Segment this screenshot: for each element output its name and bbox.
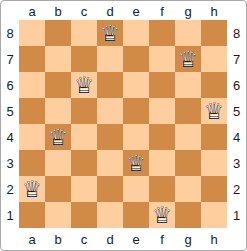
rank-label-3: 3 bbox=[227, 150, 246, 176]
square-f8[interactable] bbox=[149, 20, 175, 46]
rank-label-8: 8 bbox=[227, 20, 246, 46]
file-label-e: e bbox=[123, 4, 149, 20]
white-queen-outline: ♕ bbox=[45, 124, 71, 150]
square-g2[interactable] bbox=[175, 176, 201, 202]
square-c8[interactable] bbox=[71, 20, 97, 46]
file-label-b: b bbox=[45, 4, 71, 20]
square-b2[interactable] bbox=[45, 176, 71, 202]
square-e2[interactable] bbox=[123, 176, 149, 202]
square-c1[interactable] bbox=[71, 202, 97, 228]
square-h4[interactable] bbox=[201, 124, 227, 150]
rank-label-2: 2 bbox=[1, 176, 19, 202]
square-h2[interactable] bbox=[201, 176, 227, 202]
square-e8[interactable] bbox=[123, 20, 149, 46]
white-queen-outline: ♕ bbox=[97, 20, 123, 46]
file-label-e: e bbox=[123, 232, 149, 247]
square-c5[interactable] bbox=[71, 98, 97, 124]
white-queen-outline: ♕ bbox=[19, 176, 45, 202]
square-h8[interactable] bbox=[201, 20, 227, 46]
file-label-a: a bbox=[19, 4, 45, 20]
file-label-h: h bbox=[201, 232, 227, 247]
square-c3[interactable] bbox=[71, 150, 97, 176]
rank-label-1: 1 bbox=[227, 202, 246, 228]
square-d5[interactable] bbox=[97, 98, 123, 124]
file-label-h: h bbox=[201, 4, 227, 20]
square-e6[interactable] bbox=[123, 72, 149, 98]
square-c2[interactable] bbox=[71, 176, 97, 202]
white-queen-outline: ♕ bbox=[123, 150, 149, 176]
square-e1[interactable] bbox=[123, 202, 149, 228]
rank-label-8: 8 bbox=[1, 20, 19, 46]
square-e5[interactable] bbox=[123, 98, 149, 124]
rank-label-5: 5 bbox=[1, 98, 19, 124]
file-labels-top: abcdefgh bbox=[19, 1, 246, 20]
square-e7[interactable] bbox=[123, 46, 149, 72]
square-b3[interactable] bbox=[45, 150, 71, 176]
square-h3[interactable] bbox=[201, 150, 227, 176]
white-queen: ♛♕ bbox=[45, 124, 71, 150]
rank-label-2: 2 bbox=[227, 176, 246, 202]
file-label-f: f bbox=[149, 232, 175, 247]
white-queen-outline: ♕ bbox=[201, 98, 227, 124]
square-f5[interactable] bbox=[149, 98, 175, 124]
square-f1[interactable]: ♛♕ bbox=[149, 202, 175, 228]
chess-board: ♛♕♛♕♛♕♛♕♛♕♛♕♛♕♛♕ bbox=[19, 20, 227, 228]
white-queen: ♛♕ bbox=[123, 150, 149, 176]
square-a5[interactable] bbox=[19, 98, 45, 124]
rank-label-6: 6 bbox=[1, 72, 19, 98]
file-label-g: g bbox=[175, 4, 201, 20]
square-g6[interactable] bbox=[175, 72, 201, 98]
rank-labels-left: 87654321 bbox=[1, 20, 19, 228]
square-e3[interactable]: ♛♕ bbox=[123, 150, 149, 176]
square-a3[interactable] bbox=[19, 150, 45, 176]
square-f6[interactable] bbox=[149, 72, 175, 98]
square-b6[interactable] bbox=[45, 72, 71, 98]
rank-label-7: 7 bbox=[1, 46, 19, 72]
white-queen-outline: ♕ bbox=[71, 72, 97, 98]
square-d8[interactable]: ♛♕ bbox=[97, 20, 123, 46]
file-labels-bottom: abcdefgh bbox=[19, 228, 246, 250]
square-f2[interactable] bbox=[149, 176, 175, 202]
file-label-b: b bbox=[45, 232, 71, 247]
file-label-g: g bbox=[175, 232, 201, 247]
file-label-c: c bbox=[71, 4, 97, 20]
file-label-f: f bbox=[149, 4, 175, 20]
square-c7[interactable] bbox=[71, 46, 97, 72]
square-b4[interactable]: ♛♕ bbox=[45, 124, 71, 150]
square-e4[interactable] bbox=[123, 124, 149, 150]
white-queen: ♛♕ bbox=[71, 72, 97, 98]
file-label-c: c bbox=[71, 232, 97, 247]
square-a2[interactable]: ♛♕ bbox=[19, 176, 45, 202]
white-queen: ♛♕ bbox=[175, 46, 201, 72]
square-f7[interactable] bbox=[149, 46, 175, 72]
square-g5[interactable] bbox=[175, 98, 201, 124]
square-d7[interactable] bbox=[97, 46, 123, 72]
rank-label-4: 4 bbox=[1, 124, 19, 150]
square-d6[interactable] bbox=[97, 72, 123, 98]
rank-label-4: 4 bbox=[227, 124, 246, 150]
square-b5[interactable] bbox=[45, 98, 71, 124]
board-middle-row: 87654321 ♛♕♛♕♛♕♛♕♛♕♛♕♛♕♛♕ 87654321 bbox=[1, 20, 246, 228]
square-f4[interactable] bbox=[149, 124, 175, 150]
white-queen-outline: ♕ bbox=[175, 46, 201, 72]
file-label-d: d bbox=[97, 232, 123, 247]
file-label-d: d bbox=[97, 4, 123, 20]
square-a8[interactable] bbox=[19, 20, 45, 46]
square-b1[interactable] bbox=[45, 202, 71, 228]
square-b7[interactable] bbox=[45, 46, 71, 72]
square-h7[interactable] bbox=[201, 46, 227, 72]
square-h1[interactable] bbox=[201, 202, 227, 228]
square-c6[interactable]: ♛♕ bbox=[71, 72, 97, 98]
square-d2[interactable] bbox=[97, 176, 123, 202]
square-d3[interactable] bbox=[97, 150, 123, 176]
white-queen: ♛♕ bbox=[97, 20, 123, 46]
rank-label-5: 5 bbox=[227, 98, 246, 124]
square-a4[interactable] bbox=[19, 124, 45, 150]
square-a1[interactable] bbox=[19, 202, 45, 228]
square-h5[interactable]: ♛♕ bbox=[201, 98, 227, 124]
chessboard-diagram: abcdefgh 87654321 ♛♕♛♕♛♕♛♕♛♕♛♕♛♕♛♕ 87654… bbox=[0, 0, 247, 251]
square-a7[interactable] bbox=[19, 46, 45, 72]
square-d4[interactable] bbox=[97, 124, 123, 150]
rank-labels-right: 87654321 bbox=[227, 20, 246, 228]
white-queen: ♛♕ bbox=[201, 98, 227, 124]
square-b8[interactable] bbox=[45, 20, 71, 46]
square-c4[interactable] bbox=[71, 124, 97, 150]
square-h6[interactable] bbox=[201, 72, 227, 98]
rank-label-3: 3 bbox=[1, 150, 19, 176]
square-g4[interactable] bbox=[175, 124, 201, 150]
file-label-a: a bbox=[19, 232, 45, 247]
white-queen-outline: ♕ bbox=[149, 202, 175, 228]
white-queen: ♛♕ bbox=[149, 202, 175, 228]
square-g8[interactable] bbox=[175, 20, 201, 46]
rank-label-6: 6 bbox=[227, 72, 246, 98]
square-g1[interactable] bbox=[175, 202, 201, 228]
square-f3[interactable] bbox=[149, 150, 175, 176]
square-g7[interactable]: ♛♕ bbox=[175, 46, 201, 72]
square-g3[interactable] bbox=[175, 150, 201, 176]
square-a6[interactable] bbox=[19, 72, 45, 98]
white-queen: ♛♕ bbox=[19, 176, 45, 202]
rank-label-1: 1 bbox=[1, 202, 19, 228]
rank-label-7: 7 bbox=[227, 46, 246, 72]
square-d1[interactable] bbox=[97, 202, 123, 228]
